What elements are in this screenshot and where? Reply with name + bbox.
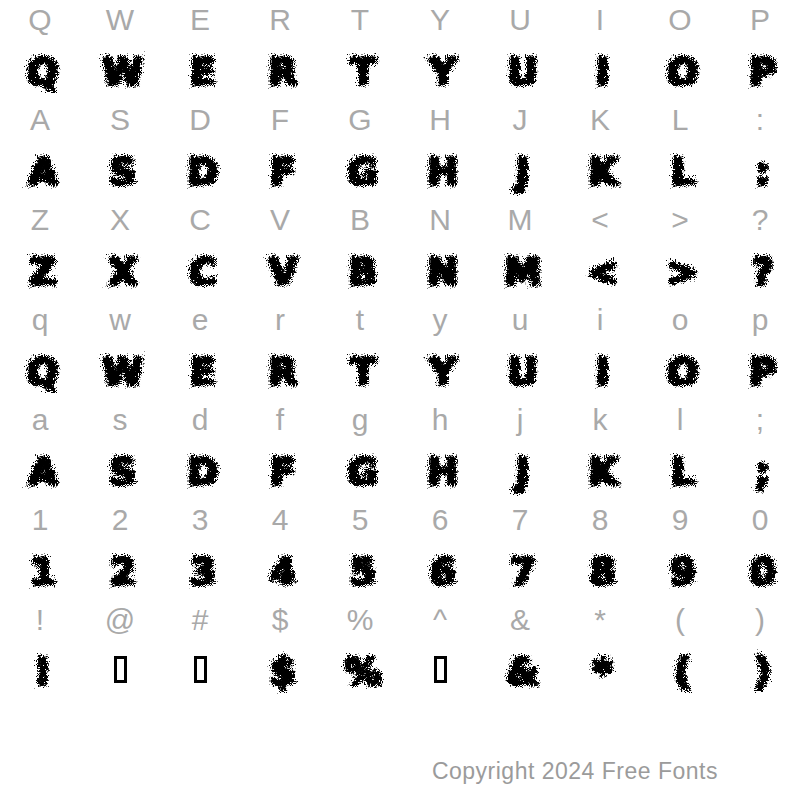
missing-glyph-box [434, 656, 447, 683]
reference-char: X [80, 198, 160, 242]
glyph-cell [80, 642, 160, 698]
reference-char: Z [0, 198, 80, 242]
glyph-cell: G [320, 142, 400, 198]
reference-char: V [240, 198, 320, 242]
font-glyph: $ [267, 642, 293, 698]
reference-char: w [80, 298, 160, 342]
reference-char: F [240, 98, 320, 142]
font-glyph: T [347, 342, 372, 398]
font-glyph: W [100, 342, 141, 398]
font-glyph: > [664, 242, 695, 298]
reference-char: Y [400, 0, 480, 42]
glyph-cell: 3 [160, 542, 240, 598]
glyph-cell: O [640, 42, 720, 98]
specimen-row-pair-4: qwertyuiopQWERTYUIOP [0, 298, 800, 398]
font-glyph: 6 [427, 542, 453, 598]
font-glyph: Z [27, 242, 54, 298]
glyph-cell [400, 642, 480, 698]
glyph-cell: M [480, 242, 560, 298]
glyph-cell: ? [720, 242, 800, 298]
reference-char: ^ [400, 598, 480, 642]
glyph-cell: H [400, 442, 480, 498]
glyph-cell: & [480, 642, 560, 698]
glyph-cell: < [560, 242, 640, 298]
font-glyph: & [504, 642, 536, 698]
glyph-cell: A [0, 142, 80, 198]
reference-char: M [480, 198, 560, 242]
glyph-cell: E [160, 42, 240, 98]
glyph-cell: X [80, 242, 160, 298]
font-glyph: ! [32, 642, 49, 698]
reference-char: q [0, 298, 80, 342]
glyph-cell: T [320, 42, 400, 98]
font-glyph: I [593, 42, 607, 98]
glyph-cell: 1 [0, 542, 80, 598]
glyph-cell: W [80, 342, 160, 398]
font-glyph: H [425, 442, 456, 498]
reference-char: g [320, 398, 400, 442]
reference-char: H [400, 98, 480, 142]
font-glyph: : [753, 142, 768, 198]
reference-char: U [480, 0, 560, 42]
reference-char: 3 [160, 498, 240, 542]
glyph-cell: H [400, 142, 480, 198]
font-glyph: I [593, 342, 607, 398]
reference-char-row: 1234567890 [0, 498, 800, 542]
font-glyph: L [668, 142, 692, 198]
glyph-cell: C [160, 242, 240, 298]
glyph-cell: T [320, 342, 400, 398]
reference-char: t [320, 298, 400, 342]
reference-char-row: ASDFGHJKL: [0, 98, 800, 142]
font-glyph: X [106, 242, 135, 298]
reference-char: 6 [400, 498, 480, 542]
reference-char: & [480, 598, 560, 642]
copyright-text: Copyright 2024 Free Fonts [432, 758, 718, 785]
reference-char: J [480, 98, 560, 142]
glyph-cell: : [720, 142, 800, 198]
specimen-row-pair-5: asdfghjkl;ASDFGHJKL; [0, 398, 800, 498]
font-glyph: V [266, 242, 295, 298]
glyph-cell: U [480, 342, 560, 398]
glyph-cell: Q [0, 42, 80, 98]
glyph-cell: U [480, 42, 560, 98]
reference-char: S [80, 98, 160, 142]
missing-glyph-box [194, 656, 207, 683]
glyph-cell: 8 [560, 542, 640, 598]
styled-glyph-row: ASDFGHJKL; [0, 442, 800, 498]
reference-char-row: asdfghjkl; [0, 398, 800, 442]
font-glyph: G [345, 142, 375, 198]
font-glyph: U [505, 42, 535, 98]
reference-char: ; [720, 398, 800, 442]
font-specimen-sheet: QWERTYUIOPQWERTYUIOPASDFGHJKL:ASDFGHJKL:… [0, 0, 800, 698]
reference-char: > [640, 198, 720, 242]
font-glyph: K [586, 442, 615, 498]
font-glyph: U [505, 342, 535, 398]
reference-char-row: qwertyuiop [0, 298, 800, 342]
reference-char: D [160, 98, 240, 142]
font-glyph: 9 [667, 542, 693, 598]
reference-char: h [400, 398, 480, 442]
reference-char: y [400, 298, 480, 342]
reference-char: 1 [0, 498, 80, 542]
reference-char: P [720, 0, 800, 42]
glyph-cell: Y [400, 42, 480, 98]
glyph-cell: L [640, 142, 720, 198]
font-glyph: D [185, 142, 216, 198]
reference-char: T [320, 0, 400, 42]
reference-char: i [560, 298, 640, 342]
glyph-cell: D [160, 142, 240, 198]
glyph-cell: * [560, 642, 640, 698]
reference-char: G [320, 98, 400, 142]
font-glyph: E [187, 42, 212, 98]
font-glyph: O [664, 42, 695, 98]
glyph-cell: G [320, 442, 400, 498]
reference-char: f [240, 398, 320, 442]
font-glyph: 5 [347, 542, 373, 598]
specimen-row-pair-6: 12345678901234567890 [0, 498, 800, 598]
glyph-cell: > [640, 242, 720, 298]
font-glyph: S [107, 442, 134, 498]
missing-glyph-box [114, 656, 127, 683]
reference-char-row: !@#$%^&*() [0, 598, 800, 642]
reference-char: 8 [560, 498, 640, 542]
reference-char: ? [720, 198, 800, 242]
glyph-cell: R [240, 42, 320, 98]
reference-char: d [160, 398, 240, 442]
glyph-cell: K [560, 442, 640, 498]
font-glyph: A [26, 142, 55, 198]
glyph-cell: W [80, 42, 160, 98]
reference-char: : [720, 98, 800, 142]
font-glyph: 3 [187, 542, 213, 598]
reference-char: # [160, 598, 240, 642]
glyph-cell: S [80, 142, 160, 198]
font-glyph: P [746, 42, 773, 98]
reference-char: ) [720, 598, 800, 642]
font-glyph: C [186, 242, 213, 298]
font-glyph: % [341, 642, 378, 698]
reference-char-row: QWERTYUIOP [0, 0, 800, 42]
glyph-cell: 5 [320, 542, 400, 598]
glyph-cell: $ [240, 642, 320, 698]
glyph-cell: E [160, 342, 240, 398]
font-glyph: < [584, 242, 615, 298]
font-glyph: L [668, 442, 692, 498]
reference-char: O [640, 0, 720, 42]
glyph-cell: P [720, 42, 800, 98]
font-glyph: F [267, 142, 292, 198]
reference-char: ! [0, 598, 80, 642]
glyph-cell: 6 [400, 542, 480, 598]
font-glyph: * [590, 642, 609, 698]
glyph-cell: A [0, 442, 80, 498]
reference-char: @ [80, 598, 160, 642]
reference-char: L [640, 98, 720, 142]
reference-char: B [320, 198, 400, 242]
font-glyph: M [502, 242, 539, 298]
font-glyph: 0 [747, 542, 773, 598]
reference-char: I [560, 0, 640, 42]
font-glyph: R [266, 42, 295, 98]
reference-char: o [640, 298, 720, 342]
font-glyph: J [513, 442, 527, 498]
font-specimen-page: { "game": "font-specimen-character-map",… [0, 0, 800, 800]
glyph-cell: Z [0, 242, 80, 298]
glyph-cell: ; [720, 442, 800, 498]
font-glyph: 8 [587, 542, 613, 598]
reference-char: < [560, 198, 640, 242]
glyph-cell: N [400, 242, 480, 298]
font-glyph: H [425, 142, 456, 198]
glyph-cell: K [560, 142, 640, 198]
font-glyph: G [345, 442, 375, 498]
glyph-cell: ! [0, 642, 80, 698]
glyph-cell: 2 [80, 542, 160, 598]
reference-char: ( [640, 598, 720, 642]
specimen-row-pair-7: !@#$%^&*()!$%&*() [0, 598, 800, 698]
reference-char: r [240, 298, 320, 342]
reference-char-row: ZXCVBNM<>? [0, 198, 800, 242]
reference-char: E [160, 0, 240, 42]
glyph-cell: D [160, 442, 240, 498]
font-glyph: T [347, 42, 372, 98]
glyph-cell: B [320, 242, 400, 298]
specimen-row-pair-2: ASDFGHJKL:ASDFGHJKL: [0, 98, 800, 198]
styled-glyph-row: QWERTYUIOP [0, 342, 800, 398]
reference-char: p [720, 298, 800, 342]
font-glyph: A [26, 442, 55, 498]
styled-glyph-row: ASDFGHJKL: [0, 142, 800, 198]
reference-char: C [160, 198, 240, 242]
reference-char: W [80, 0, 160, 42]
font-glyph: ? [749, 242, 770, 298]
font-glyph: 4 [267, 542, 293, 598]
glyph-cell: F [240, 442, 320, 498]
glyph-cell: Q [0, 342, 80, 398]
font-glyph: F [267, 442, 292, 498]
glyph-cell: ( [640, 642, 720, 698]
font-glyph: R [266, 342, 295, 398]
glyph-cell: 4 [240, 542, 320, 598]
font-glyph: J [513, 142, 527, 198]
font-glyph: Q [24, 42, 55, 98]
reference-char: A [0, 98, 80, 142]
font-glyph: Y [427, 342, 454, 398]
glyph-cell: 9 [640, 542, 720, 598]
glyph-cell: V [240, 242, 320, 298]
font-glyph: Y [427, 42, 454, 98]
font-glyph: Q [24, 342, 55, 398]
reference-char: N [400, 198, 480, 242]
font-glyph: 2 [107, 542, 133, 598]
font-glyph: P [746, 342, 773, 398]
glyph-cell: % [320, 642, 400, 698]
styled-glyph-row: !$%&*() [0, 642, 800, 698]
font-glyph: W [100, 42, 141, 98]
reference-char: Q [0, 0, 80, 42]
reference-char: $ [240, 598, 320, 642]
reference-char: 2 [80, 498, 160, 542]
reference-char: e [160, 298, 240, 342]
glyph-cell: ) [720, 642, 800, 698]
font-glyph: N [425, 242, 456, 298]
glyph-cell: F [240, 142, 320, 198]
reference-char: 4 [240, 498, 320, 542]
reference-char: k [560, 398, 640, 442]
reference-char: 9 [640, 498, 720, 542]
glyph-cell: R [240, 342, 320, 398]
font-glyph: S [107, 142, 134, 198]
glyph-cell: 7 [480, 542, 560, 598]
glyph-cell: 0 [720, 542, 800, 598]
glyph-cell: L [640, 442, 720, 498]
styled-glyph-row: QWERTYUIOP [0, 42, 800, 98]
reference-char: * [560, 598, 640, 642]
specimen-row-pair-1: QWERTYUIOPQWERTYUIOP [0, 0, 800, 98]
reference-char: 7 [480, 498, 560, 542]
styled-glyph-row: 1234567890 [0, 542, 800, 598]
glyph-cell: I [560, 42, 640, 98]
glyph-cell: J [480, 142, 560, 198]
glyph-cell: Y [400, 342, 480, 398]
glyph-cell: P [720, 342, 800, 398]
glyph-cell: I [560, 342, 640, 398]
reference-char: s [80, 398, 160, 442]
reference-char: 0 [720, 498, 800, 542]
font-glyph: ; [753, 442, 768, 498]
font-glyph: O [664, 342, 695, 398]
reference-char: % [320, 598, 400, 642]
glyph-cell [160, 642, 240, 698]
font-glyph: K [586, 142, 615, 198]
reference-char: K [560, 98, 640, 142]
glyph-cell: J [480, 442, 560, 498]
styled-glyph-row: ZXCVBNM<>? [0, 242, 800, 298]
reference-char: a [0, 398, 80, 442]
font-glyph: ) [752, 642, 769, 698]
font-glyph: D [185, 442, 216, 498]
font-glyph: 1 [27, 542, 53, 598]
reference-char: 5 [320, 498, 400, 542]
reference-char: R [240, 0, 320, 42]
reference-char: j [480, 398, 560, 442]
glyph-cell: O [640, 342, 720, 398]
font-glyph: B [346, 242, 374, 298]
specimen-row-pair-3: ZXCVBNM<>?ZXCVBNM<>? [0, 198, 800, 298]
font-glyph: E [187, 342, 212, 398]
reference-char: u [480, 298, 560, 342]
glyph-cell: S [80, 442, 160, 498]
font-glyph: ( [672, 642, 689, 698]
font-glyph: 7 [507, 542, 533, 598]
reference-char: l [640, 398, 720, 442]
